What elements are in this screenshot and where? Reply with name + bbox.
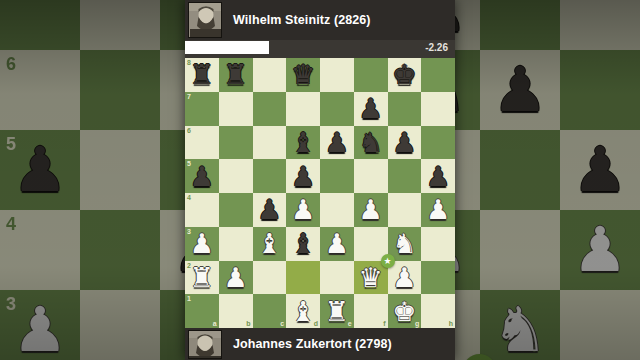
file-label-h: h: [449, 320, 453, 327]
square-b4[interactable]: [219, 193, 253, 227]
black-king[interactable]: ♚: [388, 58, 422, 92]
square-g4[interactable]: [388, 193, 422, 227]
square-a2[interactable]: 2♜: [185, 261, 219, 295]
black-pawn[interactable]: ♟: [421, 159, 455, 193]
rank-label-3: 3: [187, 228, 191, 235]
square-f4[interactable]: ♟: [354, 193, 388, 227]
square-d6[interactable]: ♝: [286, 126, 320, 160]
best-move-star-badge: ★: [381, 254, 395, 268]
black-knight[interactable]: ♞: [354, 126, 388, 160]
square-e4[interactable]: [320, 193, 354, 227]
file-label-e: e: [348, 320, 352, 327]
square-e8[interactable]: [320, 58, 354, 92]
square-d7[interactable]: [286, 92, 320, 126]
white-pawn[interactable]: ♟: [421, 193, 455, 227]
square-b5[interactable]: [219, 159, 253, 193]
square-a8[interactable]: 8♜: [185, 58, 219, 92]
square-d5[interactable]: ♟: [286, 159, 320, 193]
rank-label-2: 2: [187, 262, 191, 269]
black-bishop[interactable]: ♝: [286, 227, 320, 261]
white-pawn[interactable]: ♟: [219, 261, 253, 295]
file-label-f: f: [383, 320, 385, 327]
file-label-d: d: [314, 320, 318, 327]
rank-label-6: 6: [187, 127, 191, 134]
bottom-player-name: Johannes Zukertort (2798): [233, 337, 392, 351]
square-c6[interactable]: [253, 126, 287, 160]
square-h4[interactable]: ♟: [421, 193, 455, 227]
top-player-name: Wilhelm Steinitz (2826): [233, 13, 371, 27]
square-b8[interactable]: ♜: [219, 58, 253, 92]
bottom-player-avatar[interactable]: [188, 330, 222, 359]
square-b2[interactable]: ♟: [219, 261, 253, 295]
black-pawn[interactable]: ♟: [320, 126, 354, 160]
white-pawn[interactable]: ♟: [354, 193, 388, 227]
black-rook[interactable]: ♜: [219, 58, 253, 92]
square-h7[interactable]: [421, 92, 455, 126]
square-c4[interactable]: ♟: [253, 193, 287, 227]
square-f8[interactable]: [354, 58, 388, 92]
file-label-g: g: [415, 320, 419, 327]
square-f7[interactable]: ♟: [354, 92, 388, 126]
black-bishop[interactable]: ♝: [286, 126, 320, 160]
eval-fill: [185, 41, 269, 54]
square-c1[interactable]: c: [253, 294, 287, 328]
portrait-photo-steinitz: [189, 3, 222, 38]
evaluation-bar: -2.26: [185, 40, 455, 58]
square-d3[interactable]: ♝: [286, 227, 320, 261]
file-label-c: c: [280, 320, 284, 327]
bottom-player-bar: Johannes Zukertort (2798): [185, 328, 455, 360]
rank-label-7: 7: [187, 93, 191, 100]
rank-label-8: 8: [187, 59, 191, 66]
file-label-b: b: [246, 320, 250, 327]
black-pawn[interactable]: ♟: [388, 126, 422, 160]
square-a5[interactable]: 5♟: [185, 159, 219, 193]
white-pawn[interactable]: ♟: [320, 227, 354, 261]
square-b1[interactable]: b: [219, 294, 253, 328]
square-f5[interactable]: [354, 159, 388, 193]
square-a6[interactable]: 6: [185, 126, 219, 160]
rank-label-4: 4: [187, 194, 191, 201]
rank-label-1: 1: [187, 295, 191, 302]
white-bishop[interactable]: ♝: [253, 227, 287, 261]
square-f6[interactable]: ♞: [354, 126, 388, 160]
square-c8[interactable]: [253, 58, 287, 92]
black-pawn[interactable]: ♟: [253, 193, 287, 227]
square-a1[interactable]: 1a: [185, 294, 219, 328]
square-a7[interactable]: 7: [185, 92, 219, 126]
file-label-a: a: [213, 320, 217, 327]
square-c3[interactable]: ♝: [253, 227, 287, 261]
rank-label-5: 5: [187, 160, 191, 167]
square-a4[interactable]: 4: [185, 193, 219, 227]
square-e2[interactable]: [320, 261, 354, 295]
square-d4[interactable]: ♟: [286, 193, 320, 227]
square-e5[interactable]: [320, 159, 354, 193]
eval-score: -2.26: [425, 42, 448, 53]
chessboard: 8♜♜♛♚7♟6♝♟♞♟5♟♟♟4♟♟♟♟3♟♝♝♟♞2♜♟♛★♟1abcd♝e…: [185, 58, 455, 328]
top-player-bar: Wilhelm Steinitz (2826): [185, 0, 455, 40]
square-h3[interactable]: [421, 227, 455, 261]
square-d8[interactable]: ♛: [286, 58, 320, 92]
square-g7[interactable]: [388, 92, 422, 126]
square-g5[interactable]: [388, 159, 422, 193]
square-d1[interactable]: d♝: [286, 294, 320, 328]
square-f2[interactable]: ♛★: [354, 261, 388, 295]
square-h2[interactable]: [421, 261, 455, 295]
black-pawn[interactable]: ♟: [354, 92, 388, 126]
square-e7[interactable]: [320, 92, 354, 126]
square-e3[interactable]: ♟: [320, 227, 354, 261]
black-pawn[interactable]: ♟: [286, 159, 320, 193]
square-f1[interactable]: f: [354, 294, 388, 328]
square-c7[interactable]: [253, 92, 287, 126]
square-h5[interactable]: ♟: [421, 159, 455, 193]
square-b6[interactable]: [219, 126, 253, 160]
black-queen[interactable]: ♛: [286, 58, 320, 92]
square-c5[interactable]: [253, 159, 287, 193]
top-player-avatar[interactable]: [188, 2, 222, 38]
square-h8[interactable]: [421, 58, 455, 92]
square-e1[interactable]: e♜: [320, 294, 354, 328]
portrait-photo-zukertort: [189, 331, 222, 359]
square-h6[interactable]: [421, 126, 455, 160]
white-pawn[interactable]: ♟: [286, 193, 320, 227]
square-a3[interactable]: 3♟: [185, 227, 219, 261]
square-d2[interactable]: [286, 261, 320, 295]
square-e6[interactable]: ♟: [320, 126, 354, 160]
square-b7[interactable]: [219, 92, 253, 126]
video-frame: 8♜♜♛♚7♟6♝♟♞♟5♟♟♟4♟♟♟♟3♟♝♝♟♞2♜♟♛★♟1abcd♝e…: [0, 0, 640, 360]
app-panel: Wilhelm Steinitz (2826) -2.26 8♜♜♛♚7♟6♝♟…: [185, 0, 455, 360]
square-c2[interactable]: [253, 261, 287, 295]
square-g1[interactable]: g♚: [388, 294, 422, 328]
square-h1[interactable]: h: [421, 294, 455, 328]
square-g6[interactable]: ♟: [388, 126, 422, 160]
square-g8[interactable]: ♚: [388, 58, 422, 92]
square-b3[interactable]: [219, 227, 253, 261]
